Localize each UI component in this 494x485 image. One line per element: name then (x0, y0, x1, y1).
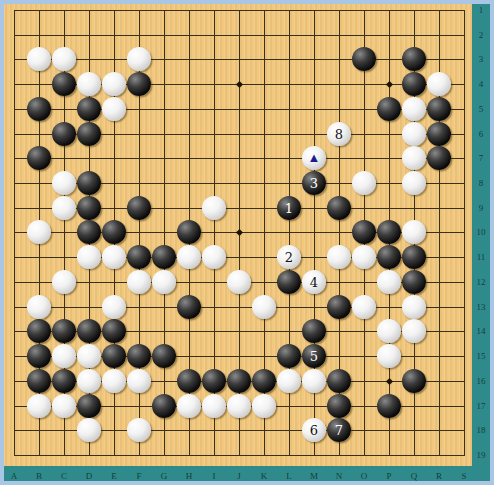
row-label-11: 11 (477, 253, 486, 262)
stone-white-C15[interactable] (52, 344, 76, 368)
stone-black-P11[interactable] (377, 245, 401, 269)
stone-black-L12[interactable] (277, 270, 301, 294)
stone-black-D6[interactable] (77, 122, 101, 146)
stone-white-C17[interactable] (52, 394, 76, 418)
stone-white-Q14[interactable] (402, 319, 426, 343)
row-label-13: 13 (477, 303, 486, 312)
stone-black-D8[interactable] (77, 171, 101, 195)
column-label-M: M (310, 472, 318, 481)
stone-white-I9[interactable] (202, 196, 226, 220)
stone-white-G12[interactable] (152, 270, 176, 294)
column-label-K: K (261, 472, 268, 481)
column-label-L: L (286, 472, 292, 481)
column-label-N: N (336, 472, 343, 481)
stone-white-E4[interactable] (102, 72, 126, 96)
stone-white-R4[interactable] (427, 72, 451, 96)
move-number-label: 3 (310, 177, 318, 190)
stone-white-J12[interactable] (227, 270, 251, 294)
stone-black-Q12[interactable] (402, 270, 426, 294)
move-number-label: 7 (335, 424, 343, 437)
stone-white-D4[interactable] (77, 72, 101, 96)
go-board[interactable]: 31578246▲ (4, 4, 490, 481)
stone-white-E13[interactable] (102, 295, 126, 319)
stone-black-M8[interactable]: 3 (302, 171, 326, 195)
grid-line-horizontal (14, 10, 465, 11)
stone-black-G15[interactable] (152, 344, 176, 368)
move-number-label: 4 (310, 276, 318, 289)
column-label-C: C (61, 472, 67, 481)
move-number-label: 6 (310, 424, 318, 437)
stone-white-N11[interactable] (327, 245, 351, 269)
stone-black-D9[interactable] (77, 196, 101, 220)
stone-black-Q3[interactable] (402, 47, 426, 71)
stone-white-M16[interactable] (302, 369, 326, 393)
stone-white-C12[interactable] (52, 270, 76, 294)
grid-line-horizontal (14, 59, 465, 60)
stone-black-E14[interactable] (102, 319, 126, 343)
stone-black-Q16[interactable] (402, 369, 426, 393)
stone-white-B3[interactable] (27, 47, 51, 71)
column-label-D: D (86, 472, 93, 481)
row-label-19: 19 (477, 451, 486, 460)
stone-black-H10[interactable] (177, 220, 201, 244)
stone-black-O3[interactable] (352, 47, 376, 71)
stone-black-D5[interactable] (77, 97, 101, 121)
stone-white-F16[interactable] (127, 369, 151, 393)
stone-black-F4[interactable] (127, 72, 151, 96)
stone-white-H17[interactable] (177, 394, 201, 418)
stone-white-Q6[interactable] (402, 122, 426, 146)
grid-line-horizontal (14, 158, 465, 159)
move-number-label: 2 (285, 251, 293, 264)
column-label-P: P (386, 472, 391, 481)
stone-white-C9[interactable] (52, 196, 76, 220)
stone-white-I11[interactable] (202, 245, 226, 269)
grid-line-horizontal (14, 455, 465, 456)
stone-white-C3[interactable] (52, 47, 76, 71)
column-label-F: F (136, 472, 141, 481)
row-label-9: 9 (479, 204, 484, 213)
stone-black-E10[interactable] (102, 220, 126, 244)
column-label-A: A (11, 472, 18, 481)
stone-black-D14[interactable] (77, 319, 101, 343)
row-label-4: 4 (479, 80, 484, 89)
row-label-10: 10 (477, 228, 486, 237)
stone-white-Q5[interactable] (402, 97, 426, 121)
stone-white-D16[interactable] (77, 369, 101, 393)
stone-black-O10[interactable] (352, 220, 376, 244)
move-number-label: 1 (285, 202, 293, 215)
stone-white-C8[interactable] (52, 171, 76, 195)
stone-white-F12[interactable] (127, 270, 151, 294)
stone-white-J17[interactable] (227, 394, 251, 418)
stone-white-B10[interactable] (27, 220, 51, 244)
stone-white-Q13[interactable] (402, 295, 426, 319)
stone-black-N17[interactable] (327, 394, 351, 418)
go-app-window: 31578246▲ 12345678910111213141516171819A… (0, 0, 494, 485)
column-label-R: R (436, 472, 442, 481)
row-label-7: 7 (479, 154, 484, 163)
row-label-16: 16 (477, 377, 486, 386)
row-label-3: 3 (479, 55, 484, 64)
triangle-marker: ▲ (308, 151, 321, 164)
grid-line-horizontal (14, 307, 465, 308)
stone-white-L11[interactable]: 2 (277, 245, 301, 269)
stone-white-P12[interactable] (377, 270, 401, 294)
stone-black-L15[interactable] (277, 344, 301, 368)
row-label-15: 15 (477, 352, 486, 361)
stone-white-F18[interactable] (127, 418, 151, 442)
stone-black-R5[interactable] (427, 97, 451, 121)
stone-black-F15[interactable] (127, 344, 151, 368)
stone-white-E16[interactable] (102, 369, 126, 393)
row-label-12: 12 (477, 278, 486, 287)
stone-white-K17[interactable] (252, 394, 276, 418)
stone-white-Q7[interactable] (402, 146, 426, 170)
stone-black-L9[interactable]: 1 (277, 196, 301, 220)
column-label-O: O (361, 472, 368, 481)
stone-white-Q10[interactable] (402, 220, 426, 244)
stone-white-F3[interactable] (127, 47, 151, 71)
column-label-H: H (186, 472, 193, 481)
stone-white-N6[interactable]: 8 (327, 122, 351, 146)
stone-white-B13[interactable] (27, 295, 51, 319)
stone-white-I17[interactable] (202, 394, 226, 418)
grid-line-horizontal (14, 35, 465, 36)
move-number-label: 5 (310, 350, 318, 363)
stone-white-H11[interactable] (177, 245, 201, 269)
stone-black-H16[interactable] (177, 369, 201, 393)
column-label-B: B (36, 472, 42, 481)
stone-black-R7[interactable] (427, 146, 451, 170)
stone-white-D11[interactable] (77, 245, 101, 269)
stone-black-N13[interactable] (327, 295, 351, 319)
stone-white-O11[interactable] (352, 245, 376, 269)
star-point (386, 378, 393, 385)
column-label-Q: Q (411, 472, 418, 481)
stone-black-B14[interactable] (27, 319, 51, 343)
stone-white-E5[interactable] (102, 97, 126, 121)
row-label-2: 2 (479, 31, 484, 40)
stone-black-P17[interactable] (377, 394, 401, 418)
stone-black-G11[interactable] (152, 245, 176, 269)
column-label-J: J (237, 472, 241, 481)
stone-white-P14[interactable] (377, 319, 401, 343)
row-label-14: 14 (477, 327, 486, 336)
stone-black-R6[interactable] (427, 122, 451, 146)
column-label-I: I (213, 472, 216, 481)
stone-black-C4[interactable] (52, 72, 76, 96)
stone-white-D15[interactable] (77, 344, 101, 368)
stone-black-P10[interactable] (377, 220, 401, 244)
stone-black-I16[interactable] (202, 369, 226, 393)
stone-white-B17[interactable] (27, 394, 51, 418)
stone-black-E15[interactable] (102, 344, 126, 368)
star-point (236, 229, 243, 236)
stone-black-K16[interactable] (252, 369, 276, 393)
stone-white-E11[interactable] (102, 245, 126, 269)
stone-white-M12[interactable]: 4 (302, 270, 326, 294)
stone-black-B16[interactable] (27, 369, 51, 393)
stone-white-Q8[interactable] (402, 171, 426, 195)
stone-black-N9[interactable] (327, 196, 351, 220)
row-label-8: 8 (479, 179, 484, 188)
stone-white-P15[interactable] (377, 344, 401, 368)
stone-black-G17[interactable] (152, 394, 176, 418)
stone-black-C6[interactable] (52, 122, 76, 146)
row-label-17: 17 (477, 402, 486, 411)
column-label-E: E (111, 472, 117, 481)
stone-black-N18[interactable]: 7 (327, 418, 351, 442)
stone-black-B5[interactable] (27, 97, 51, 121)
stone-black-M14[interactable] (302, 319, 326, 343)
star-point (386, 81, 393, 88)
stone-black-Q11[interactable] (402, 245, 426, 269)
column-label-G: G (161, 472, 168, 481)
stone-black-H13[interactable] (177, 295, 201, 319)
stone-white-O8[interactable] (352, 171, 376, 195)
stone-black-P5[interactable] (377, 97, 401, 121)
star-point (236, 81, 243, 88)
stone-white-L16[interactable] (277, 369, 301, 393)
row-label-5: 5 (479, 105, 484, 114)
stone-black-D10[interactable] (77, 220, 101, 244)
row-label-18: 18 (477, 426, 486, 435)
stone-white-M18[interactable]: 6 (302, 418, 326, 442)
stone-black-N16[interactable] (327, 369, 351, 393)
row-label-6: 6 (479, 130, 484, 139)
column-label-S: S (461, 472, 466, 481)
stone-white-D18[interactable] (77, 418, 101, 442)
stone-black-J16[interactable] (227, 369, 251, 393)
stone-black-M15[interactable]: 5 (302, 344, 326, 368)
stone-black-Q4[interactable] (402, 72, 426, 96)
stone-white-O13[interactable] (352, 295, 376, 319)
stone-black-B7[interactable] (27, 146, 51, 170)
stone-black-B15[interactable] (27, 344, 51, 368)
stone-black-D17[interactable] (77, 394, 101, 418)
row-label-1: 1 (479, 6, 484, 15)
stone-black-C16[interactable] (52, 369, 76, 393)
move-number-label: 8 (335, 128, 343, 141)
stone-black-F11[interactable] (127, 245, 151, 269)
stone-black-C14[interactable] (52, 319, 76, 343)
stone-black-F9[interactable] (127, 196, 151, 220)
stone-white-K13[interactable] (252, 295, 276, 319)
